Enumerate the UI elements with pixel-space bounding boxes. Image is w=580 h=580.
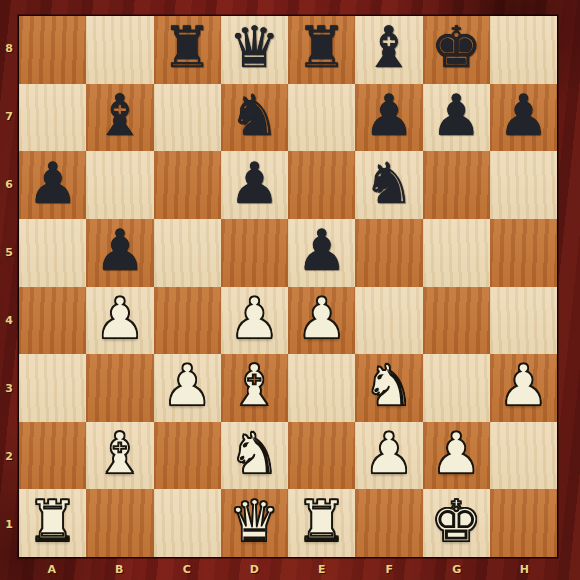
rank-label-7: 7: [0, 83, 18, 151]
square-b8[interactable]: [86, 16, 153, 84]
square-c2[interactable]: [154, 422, 221, 490]
file-label-c: C: [153, 558, 221, 580]
rank-label-3: 3: [0, 354, 18, 422]
file-labels: ABCDEFGH: [18, 558, 558, 580]
rank-label-5: 5: [0, 219, 18, 287]
white-pawn[interactable]: ♟: [431, 425, 482, 482]
square-b5[interactable]: ♟: [86, 219, 153, 287]
board-frame: ♜♛♜♝♚♝♞♟♟♟♟♟♞♟♟♟♟♟♟♝♞♟♝♞♟♟♜♛♜♚ 87654321 …: [0, 0, 580, 580]
black-pawn[interactable]: ♟: [296, 222, 347, 279]
square-e3[interactable]: [288, 354, 355, 422]
white-knight[interactable]: ♞: [229, 425, 280, 482]
square-g5[interactable]: [423, 219, 490, 287]
black-pawn[interactable]: ♟: [498, 87, 549, 144]
file-label-e: E: [288, 558, 356, 580]
file-label-d: D: [221, 558, 289, 580]
square-h8[interactable]: [490, 16, 557, 84]
rank-label-1: 1: [0, 490, 18, 558]
square-d4[interactable]: ♟: [221, 287, 288, 355]
chess-board: ♜♛♜♝♚♝♞♟♟♟♟♟♞♟♟♟♟♟♟♝♞♟♝♞♟♟♜♛♜♚: [18, 15, 558, 558]
square-a7[interactable]: [19, 84, 86, 152]
square-d2[interactable]: ♞: [221, 422, 288, 490]
white-rook[interactable]: ♜: [296, 493, 347, 550]
square-b6[interactable]: [86, 151, 153, 219]
square-c3[interactable]: ♟: [154, 354, 221, 422]
square-a5[interactable]: [19, 219, 86, 287]
square-e5[interactable]: ♟: [288, 219, 355, 287]
square-c5[interactable]: [154, 219, 221, 287]
square-g7[interactable]: ♟: [423, 84, 490, 152]
square-g8[interactable]: ♚: [423, 16, 490, 84]
square-a3[interactable]: [19, 354, 86, 422]
white-king[interactable]: ♚: [431, 493, 482, 550]
square-d3[interactable]: ♝: [221, 354, 288, 422]
white-pawn[interactable]: ♟: [229, 290, 280, 347]
square-d5[interactable]: [221, 219, 288, 287]
square-b4[interactable]: ♟: [86, 287, 153, 355]
square-f2[interactable]: ♟: [355, 422, 422, 490]
file-label-g: G: [423, 558, 491, 580]
square-d1[interactable]: ♛: [221, 489, 288, 557]
black-pawn[interactable]: ♟: [94, 222, 145, 279]
square-b1[interactable]: [86, 489, 153, 557]
square-f7[interactable]: ♟: [355, 84, 422, 152]
square-h3[interactable]: ♟: [490, 354, 557, 422]
square-f5[interactable]: [355, 219, 422, 287]
black-knight[interactable]: ♞: [363, 155, 414, 212]
rank-labels: 87654321: [0, 15, 18, 558]
square-c8[interactable]: ♜: [154, 16, 221, 84]
square-c6[interactable]: [154, 151, 221, 219]
square-d7[interactable]: ♞: [221, 84, 288, 152]
black-bishop[interactable]: ♝: [363, 19, 414, 76]
white-pawn[interactable]: ♟: [363, 425, 414, 482]
black-knight[interactable]: ♞: [229, 87, 280, 144]
square-a2[interactable]: [19, 422, 86, 490]
square-h1[interactable]: [490, 489, 557, 557]
square-c4[interactable]: [154, 287, 221, 355]
square-h7[interactable]: ♟: [490, 84, 557, 152]
square-h5[interactable]: [490, 219, 557, 287]
square-a6[interactable]: ♟: [19, 151, 86, 219]
file-label-b: B: [86, 558, 154, 580]
black-king[interactable]: ♚: [431, 19, 482, 76]
square-e4[interactable]: ♟: [288, 287, 355, 355]
square-e1[interactable]: ♜: [288, 489, 355, 557]
square-g6[interactable]: [423, 151, 490, 219]
square-d8[interactable]: ♛: [221, 16, 288, 84]
square-h2[interactable]: [490, 422, 557, 490]
square-h6[interactable]: [490, 151, 557, 219]
file-label-a: A: [18, 558, 86, 580]
square-g3[interactable]: [423, 354, 490, 422]
square-b2[interactable]: ♝: [86, 422, 153, 490]
square-f4[interactable]: [355, 287, 422, 355]
white-queen[interactable]: ♛: [229, 493, 280, 550]
square-e2[interactable]: [288, 422, 355, 490]
square-e6[interactable]: [288, 151, 355, 219]
square-g2[interactable]: ♟: [423, 422, 490, 490]
black-queen[interactable]: ♛: [229, 19, 280, 76]
rank-label-6: 6: [0, 151, 18, 219]
square-g4[interactable]: [423, 287, 490, 355]
square-b7[interactable]: ♝: [86, 84, 153, 152]
file-label-h: H: [491, 558, 559, 580]
square-a1[interactable]: ♜: [19, 489, 86, 557]
square-e7[interactable]: [288, 84, 355, 152]
white-rook[interactable]: ♜: [27, 493, 78, 550]
square-f8[interactable]: ♝: [355, 16, 422, 84]
file-label-f: F: [356, 558, 424, 580]
square-g1[interactable]: ♚: [423, 489, 490, 557]
square-e8[interactable]: ♜: [288, 16, 355, 84]
square-b3[interactable]: [86, 354, 153, 422]
rank-label-2: 2: [0, 422, 18, 490]
black-rook[interactable]: ♜: [296, 19, 347, 76]
square-d6[interactable]: ♟: [221, 151, 288, 219]
white-pawn[interactable]: ♟: [94, 290, 145, 347]
white-bishop[interactable]: ♝: [229, 357, 280, 414]
white-bishop[interactable]: ♝: [94, 425, 145, 482]
square-h4[interactable]: [490, 287, 557, 355]
black-pawn[interactable]: ♟: [431, 87, 482, 144]
black-rook[interactable]: ♜: [162, 19, 213, 76]
square-a8[interactable]: [19, 16, 86, 84]
square-f1[interactable]: [355, 489, 422, 557]
square-c1[interactable]: [154, 489, 221, 557]
white-pawn[interactable]: ♟: [498, 357, 549, 414]
white-pawn[interactable]: ♟: [296, 290, 347, 347]
square-c7[interactable]: [154, 84, 221, 152]
black-pawn[interactable]: ♟: [27, 155, 78, 212]
white-pawn[interactable]: ♟: [162, 357, 213, 414]
black-pawn[interactable]: ♟: [229, 155, 280, 212]
black-pawn[interactable]: ♟: [363, 87, 414, 144]
square-f6[interactable]: ♞: [355, 151, 422, 219]
white-knight[interactable]: ♞: [363, 357, 414, 414]
square-f3[interactable]: ♞: [355, 354, 422, 422]
black-bishop[interactable]: ♝: [94, 87, 145, 144]
rank-label-8: 8: [0, 15, 18, 83]
square-a4[interactable]: [19, 287, 86, 355]
rank-label-4: 4: [0, 287, 18, 355]
